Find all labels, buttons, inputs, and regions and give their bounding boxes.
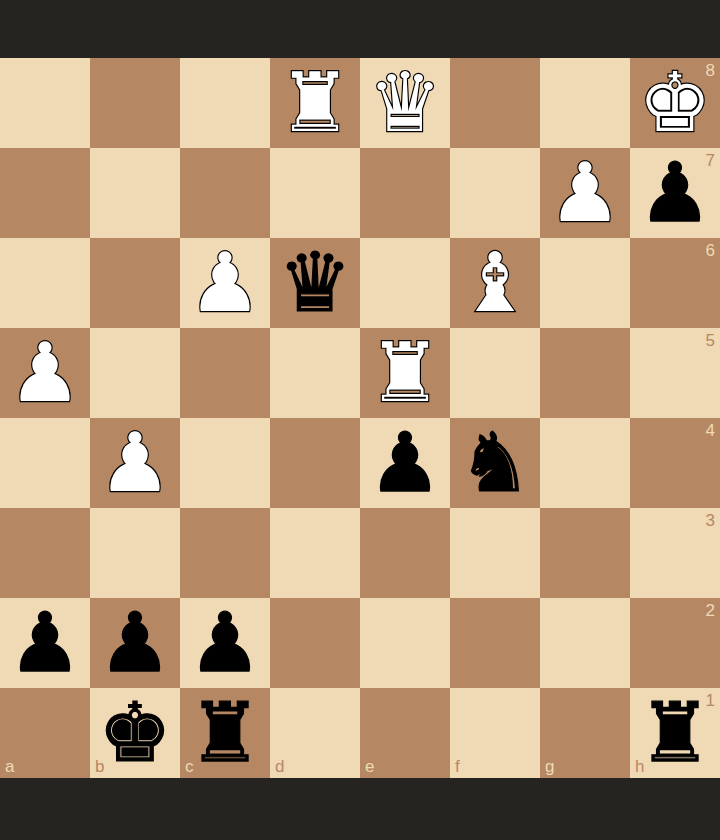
square-b5[interactable]: [90, 328, 180, 418]
square-g3[interactable]: [540, 508, 630, 598]
square-f2[interactable]: [450, 598, 540, 688]
black-knight-icon[interactable]: ♞: [450, 418, 540, 508]
square-g2[interactable]: [540, 598, 630, 688]
square-f5[interactable]: [450, 328, 540, 418]
square-e7[interactable]: [360, 148, 450, 238]
file-label-a: a: [5, 758, 14, 775]
square-b2[interactable]: ♟: [90, 598, 180, 688]
square-a4[interactable]: [0, 418, 90, 508]
square-a2[interactable]: ♟: [0, 598, 90, 688]
white-pawn-icon[interactable]: ♟: [90, 418, 180, 508]
rank-label-4: 4: [706, 422, 715, 439]
black-king-icon[interactable]: ♚: [90, 688, 180, 778]
rank-label-2: 2: [706, 602, 715, 619]
square-e3[interactable]: [360, 508, 450, 598]
square-d7[interactable]: [270, 148, 360, 238]
square-c3[interactable]: [180, 508, 270, 598]
square-b6[interactable]: [90, 238, 180, 328]
white-pawn-icon[interactable]: ♟: [0, 328, 90, 418]
square-h1[interactable]: 1h♜: [630, 688, 720, 778]
rank-label-6: 6: [706, 242, 715, 259]
black-pawn-icon[interactable]: ♟: [360, 418, 450, 508]
square-b4[interactable]: ♟: [90, 418, 180, 508]
black-queen-icon[interactable]: ♛: [270, 238, 360, 328]
black-pawn-icon[interactable]: ♟: [0, 598, 90, 688]
square-b1[interactable]: b♚: [90, 688, 180, 778]
square-e5[interactable]: ♜: [360, 328, 450, 418]
black-pawn-icon[interactable]: ♟: [180, 598, 270, 688]
square-h5[interactable]: 5: [630, 328, 720, 418]
square-c5[interactable]: [180, 328, 270, 418]
square-c7[interactable]: [180, 148, 270, 238]
square-e1[interactable]: e: [360, 688, 450, 778]
square-f8[interactable]: [450, 58, 540, 148]
black-rook-icon[interactable]: ♜: [630, 688, 720, 778]
square-d5[interactable]: [270, 328, 360, 418]
square-b7[interactable]: [90, 148, 180, 238]
file-label-g: g: [545, 758, 554, 775]
square-a7[interactable]: [0, 148, 90, 238]
white-bishop-icon[interactable]: ♝: [450, 238, 540, 328]
square-d8[interactable]: ♜: [270, 58, 360, 148]
rank-label-5: 5: [706, 332, 715, 349]
square-g8[interactable]: [540, 58, 630, 148]
black-rook-icon[interactable]: ♜: [180, 688, 270, 778]
square-g4[interactable]: [540, 418, 630, 508]
square-c8[interactable]: [180, 58, 270, 148]
black-pawn-icon[interactable]: ♟: [630, 148, 720, 238]
square-a6[interactable]: [0, 238, 90, 328]
square-a5[interactable]: ♟: [0, 328, 90, 418]
square-g6[interactable]: [540, 238, 630, 328]
square-g7[interactable]: ♟: [540, 148, 630, 238]
square-h6[interactable]: 6: [630, 238, 720, 328]
white-rook-icon[interactable]: ♜: [360, 328, 450, 418]
white-rook-icon[interactable]: ♜: [270, 58, 360, 148]
square-a3[interactable]: [0, 508, 90, 598]
square-f3[interactable]: [450, 508, 540, 598]
file-label-e: e: [365, 758, 374, 775]
square-h7[interactable]: 7♟: [630, 148, 720, 238]
square-g1[interactable]: g: [540, 688, 630, 778]
square-g5[interactable]: [540, 328, 630, 418]
square-d2[interactable]: [270, 598, 360, 688]
file-label-d: d: [275, 758, 284, 775]
square-a1[interactable]: a: [0, 688, 90, 778]
white-queen-icon[interactable]: ♛: [360, 58, 450, 148]
square-b3[interactable]: [90, 508, 180, 598]
square-d1[interactable]: d: [270, 688, 360, 778]
square-d4[interactable]: [270, 418, 360, 508]
white-pawn-icon[interactable]: ♟: [180, 238, 270, 328]
rank-label-3: 3: [706, 512, 715, 529]
black-pawn-icon[interactable]: ♟: [90, 598, 180, 688]
square-a8[interactable]: [0, 58, 90, 148]
page-background: ♜♛8♚♟7♟♟♛♝6♟♜5♟♟♞43♟♟♟2ab♚c♜defg1h♜: [0, 0, 720, 840]
square-h8[interactable]: 8♚: [630, 58, 720, 148]
square-e8[interactable]: ♛: [360, 58, 450, 148]
square-f6[interactable]: ♝: [450, 238, 540, 328]
square-h2[interactable]: 2: [630, 598, 720, 688]
square-f7[interactable]: [450, 148, 540, 238]
square-c4[interactable]: [180, 418, 270, 508]
square-d3[interactable]: [270, 508, 360, 598]
square-f4[interactable]: ♞: [450, 418, 540, 508]
white-pawn-icon[interactable]: ♟: [540, 148, 630, 238]
square-e4[interactable]: ♟: [360, 418, 450, 508]
square-e6[interactable]: [360, 238, 450, 328]
chess-board: ♜♛8♚♟7♟♟♛♝6♟♜5♟♟♞43♟♟♟2ab♚c♜defg1h♜: [0, 58, 720, 778]
file-label-f: f: [455, 758, 460, 775]
square-b8[interactable]: [90, 58, 180, 148]
square-h3[interactable]: 3: [630, 508, 720, 598]
square-c1[interactable]: c♜: [180, 688, 270, 778]
square-e2[interactable]: [360, 598, 450, 688]
square-c2[interactable]: ♟: [180, 598, 270, 688]
white-king-icon[interactable]: ♚: [630, 58, 720, 148]
square-h4[interactable]: 4: [630, 418, 720, 508]
square-f1[interactable]: f: [450, 688, 540, 778]
square-c6[interactable]: ♟: [180, 238, 270, 328]
square-d6[interactable]: ♛: [270, 238, 360, 328]
